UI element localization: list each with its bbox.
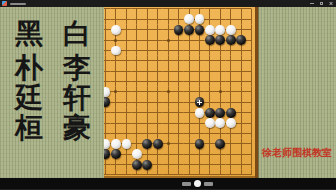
goban-grid[interactable]: [100, 4, 257, 180]
board-point[interactable]: [194, 159, 204, 169]
board-point[interactable]: [132, 139, 142, 149]
board-point[interactable]: [184, 25, 194, 35]
board-point[interactable]: [121, 76, 131, 86]
board-point[interactable]: [226, 56, 236, 66]
board-point[interactable]: [215, 14, 225, 24]
board-point[interactable]: [121, 35, 131, 45]
board-point[interactable]: [184, 66, 194, 76]
black-stone: [142, 160, 152, 170]
toggle-knob[interactable]: [194, 180, 201, 187]
board-point[interactable]: [246, 35, 256, 45]
star-point: [219, 90, 222, 93]
board-point[interactable]: [246, 56, 256, 66]
board-point[interactable]: [246, 97, 256, 107]
board-point[interactable]: [142, 159, 152, 169]
board-point[interactable]: [173, 108, 183, 118]
board-point[interactable]: [236, 128, 246, 138]
white-stone: [111, 46, 121, 56]
white-stone: [195, 14, 205, 24]
board-point[interactable]: [111, 66, 121, 76]
board-point[interactable]: [163, 97, 173, 107]
board-point[interactable]: [194, 87, 204, 97]
board-point[interactable]: [111, 14, 121, 24]
board-point[interactable]: [111, 128, 121, 138]
star-point: [167, 39, 170, 42]
board-point[interactable]: [215, 87, 225, 97]
black-stone: [215, 139, 225, 149]
white-stone: [111, 25, 121, 35]
minimize-icon[interactable]: [310, 3, 314, 4]
black-player-name-char: 廷: [15, 83, 43, 113]
board-point[interactable]: [236, 139, 246, 149]
board-point[interactable]: [121, 139, 131, 149]
board-point[interactable]: [152, 108, 162, 118]
black-stone: [174, 25, 184, 35]
board-point[interactable]: [184, 128, 194, 138]
close-icon[interactable]: [329, 2, 333, 6]
board-point[interactable]: [215, 56, 225, 66]
white-player-name-char: 轩: [63, 83, 91, 113]
board-point[interactable]: [205, 149, 215, 159]
black-stone: [111, 149, 121, 159]
board-point[interactable]: [194, 14, 204, 24]
board-point[interactable]: [121, 56, 131, 66]
black-stone: [215, 108, 225, 118]
board-point[interactable]: [111, 159, 121, 169]
board-point[interactable]: [236, 25, 246, 35]
board-point[interactable]: [194, 66, 204, 76]
board-point[interactable]: [215, 149, 225, 159]
board-point[interactable]: [132, 76, 142, 86]
board-point[interactable]: [226, 139, 236, 149]
board-point[interactable]: [173, 97, 183, 107]
board-point[interactable]: [132, 87, 142, 97]
black-stone: [142, 139, 152, 149]
board-point[interactable]: [246, 45, 256, 55]
board-point[interactable]: [121, 25, 131, 35]
board-point[interactable]: [215, 76, 225, 86]
white-player-name-char: 豪: [63, 113, 91, 143]
board-point[interactable]: [121, 97, 131, 107]
board-point[interactable]: [236, 66, 246, 76]
board-point[interactable]: [111, 149, 121, 159]
board-point[interactable]: [205, 128, 215, 138]
board-point[interactable]: [163, 66, 173, 76]
board-point[interactable]: [184, 159, 194, 169]
board-point[interactable]: [111, 139, 121, 149]
star-point: [167, 90, 170, 93]
board-point[interactable]: [215, 128, 225, 138]
white-stone: [226, 118, 236, 128]
board-point[interactable]: [236, 159, 246, 169]
playback-bar: [0, 178, 336, 190]
board-point[interactable]: [184, 139, 194, 149]
board-point[interactable]: [194, 128, 204, 138]
board-point[interactable]: [226, 35, 236, 45]
board-point[interactable]: [194, 45, 204, 55]
video-frame: 黑 朴 廷 桓 白 李 轩 豪 徐老师围棋教室: [0, 0, 336, 189]
board-point[interactable]: [226, 87, 236, 97]
black-stone: [195, 25, 205, 35]
board-point[interactable]: [184, 97, 194, 107]
board-point[interactable]: [226, 159, 236, 169]
board-point[interactable]: [152, 76, 162, 86]
board-point[interactable]: [142, 128, 152, 138]
board-point[interactable]: [194, 139, 204, 149]
board-point[interactable]: [142, 35, 152, 45]
white-side-label: 白: [63, 19, 91, 49]
board-point[interactable]: [173, 87, 183, 97]
board-point[interactable]: [194, 56, 204, 66]
board-point[interactable]: [215, 66, 225, 76]
black-player-name-char: 朴: [15, 53, 43, 83]
board-point[interactable]: [121, 159, 131, 169]
board-point[interactable]: [142, 45, 152, 55]
maximize-icon[interactable]: [320, 2, 324, 6]
board-point[interactable]: [111, 25, 121, 35]
board-point[interactable]: [173, 35, 183, 45]
board-point[interactable]: [236, 76, 246, 86]
board-point[interactable]: [226, 97, 236, 107]
board-point[interactable]: [152, 159, 162, 169]
black-stone: [215, 35, 225, 45]
board-point[interactable]: [142, 56, 152, 66]
board-point[interactable]: [142, 118, 152, 128]
board-point[interactable]: [163, 14, 173, 24]
board-point[interactable]: [215, 118, 225, 128]
board-point[interactable]: [184, 118, 194, 128]
board-point[interactable]: [152, 35, 162, 45]
board-point[interactable]: [163, 76, 173, 86]
board-point[interactable]: [111, 87, 121, 97]
board-point[interactable]: [246, 149, 256, 159]
player-panel: 黑 朴 廷 桓 白 李 轩 豪: [0, 7, 104, 178]
board-point[interactable]: [194, 97, 204, 107]
board-point[interactable]: [205, 159, 215, 169]
board-point[interactable]: [184, 45, 194, 55]
black-player-column: 黑 朴 廷 桓: [10, 19, 48, 143]
board-point[interactable]: [132, 56, 142, 66]
window-title-text: [10, 3, 26, 5]
board-point[interactable]: [132, 159, 142, 169]
board-point[interactable]: [205, 66, 215, 76]
board-point[interactable]: [205, 139, 215, 149]
black-side-label: 黑: [15, 19, 43, 49]
black-stone: [236, 35, 246, 45]
board-point[interactable]: [152, 149, 162, 159]
board-point[interactable]: [236, 45, 246, 55]
board-point[interactable]: [205, 97, 215, 107]
board-point[interactable]: [226, 128, 236, 138]
board-point[interactable]: [226, 45, 236, 55]
board-point[interactable]: [163, 159, 173, 169]
board-point[interactable]: [205, 56, 215, 66]
board-point[interactable]: [152, 128, 162, 138]
black-stone: [226, 35, 236, 45]
board-point[interactable]: [142, 97, 152, 107]
board-point[interactable]: [184, 14, 194, 24]
board-point[interactable]: [205, 35, 215, 45]
board-point[interactable]: [121, 108, 131, 118]
board-point[interactable]: [246, 159, 256, 169]
board-point[interactable]: [246, 66, 256, 76]
board-point[interactable]: [111, 118, 121, 128]
board-point[interactable]: [173, 159, 183, 169]
board-point[interactable]: [163, 87, 173, 97]
board-point[interactable]: [184, 35, 194, 45]
board-point[interactable]: [132, 25, 142, 35]
board-point[interactable]: [111, 45, 121, 55]
board-point[interactable]: [152, 87, 162, 97]
board-point[interactable]: [173, 45, 183, 55]
white-stone: [205, 118, 215, 128]
board-point[interactable]: [173, 25, 183, 35]
board-point[interactable]: [184, 87, 194, 97]
board-point[interactable]: [184, 76, 194, 86]
board-point[interactable]: [111, 56, 121, 66]
board-point[interactable]: [152, 25, 162, 35]
star-point: [114, 90, 117, 93]
board-point[interactable]: [111, 76, 121, 86]
board-point[interactable]: [152, 45, 162, 55]
board-point[interactable]: [152, 118, 162, 128]
board-point[interactable]: [184, 149, 194, 159]
board-point[interactable]: [132, 35, 142, 45]
board-point[interactable]: [246, 108, 256, 118]
board-point[interactable]: [163, 149, 173, 159]
black-player-name-char: 桓: [15, 113, 43, 143]
board-point[interactable]: [142, 25, 152, 35]
board-point[interactable]: [163, 25, 173, 35]
board-point[interactable]: [173, 128, 183, 138]
board-point[interactable]: [163, 35, 173, 45]
black-stone: [195, 139, 205, 149]
board-point[interactable]: [236, 149, 246, 159]
board-point[interactable]: [194, 76, 204, 86]
board-point[interactable]: [184, 108, 194, 118]
board-point[interactable]: [173, 118, 183, 128]
white-stone: [205, 25, 215, 35]
board-point[interactable]: [246, 25, 256, 35]
black-stone: [226, 108, 236, 118]
board-point[interactable]: [173, 149, 183, 159]
board-point[interactable]: [121, 118, 131, 128]
board-point[interactable]: [173, 66, 183, 76]
board-point[interactable]: [246, 87, 256, 97]
board-point[interactable]: [215, 45, 225, 55]
board-point[interactable]: [111, 97, 121, 107]
board-point[interactable]: [194, 35, 204, 45]
white-stone: [111, 139, 121, 149]
board-point[interactable]: [226, 66, 236, 76]
board-point[interactable]: [173, 56, 183, 66]
board-point[interactable]: [205, 25, 215, 35]
board-point[interactable]: [205, 14, 215, 24]
board-point[interactable]: [152, 14, 162, 24]
board-point[interactable]: [121, 149, 131, 159]
board-point[interactable]: [215, 139, 225, 149]
board-point[interactable]: [173, 139, 183, 149]
board-point[interactable]: [226, 14, 236, 24]
board-point[interactable]: [194, 25, 204, 35]
board-point[interactable]: [132, 97, 142, 107]
board-point[interactable]: [246, 76, 256, 86]
board-point[interactable]: [142, 108, 152, 118]
black-stone: [132, 160, 142, 170]
board-point[interactable]: [236, 87, 246, 97]
app-icon: [2, 1, 7, 6]
playback-label-left: [182, 182, 191, 186]
board-point[interactable]: [226, 118, 236, 128]
black-stone: [195, 97, 205, 107]
board-point[interactable]: [215, 25, 225, 35]
white-stone: [226, 25, 236, 35]
playback-controls: [182, 180, 213, 187]
white-stone: [184, 14, 194, 24]
board-point[interactable]: [205, 45, 215, 55]
board-point[interactable]: [132, 45, 142, 55]
board-point[interactable]: [236, 56, 246, 66]
board-point[interactable]: [142, 139, 152, 149]
board-point[interactable]: [205, 76, 215, 86]
board-point[interactable]: [121, 14, 131, 24]
board-point[interactable]: [215, 108, 225, 118]
board-point[interactable]: [163, 128, 173, 138]
board-point[interactable]: [121, 66, 131, 76]
board-point[interactable]: [163, 45, 173, 55]
board-point[interactable]: [121, 128, 131, 138]
white-player-name-char: 李: [63, 53, 91, 83]
black-stone: [153, 139, 163, 149]
black-stone: [205, 35, 215, 45]
board-point[interactable]: [215, 35, 225, 45]
black-stone: [184, 25, 194, 35]
black-stone: [205, 108, 215, 118]
board-point[interactable]: [236, 35, 246, 45]
board-point[interactable]: [226, 108, 236, 118]
board-point[interactable]: [184, 56, 194, 66]
board-point[interactable]: [246, 139, 256, 149]
board-point[interactable]: [246, 14, 256, 24]
window-titlebar: [0, 0, 336, 7]
board-point[interactable]: [163, 139, 173, 149]
board-point[interactable]: [194, 149, 204, 159]
last-move-marker-icon: [197, 100, 203, 106]
board-point[interactable]: [142, 66, 152, 76]
white-stone: [215, 25, 225, 35]
board-point[interactable]: [121, 87, 131, 97]
white-player-column: 白 李 轩 豪: [58, 19, 96, 143]
board-point[interactable]: [132, 14, 142, 24]
board-point[interactable]: [152, 139, 162, 149]
playback-label-right: [204, 182, 213, 186]
board-point[interactable]: [236, 14, 246, 24]
board-point[interactable]: [132, 108, 142, 118]
board-point[interactable]: [142, 149, 152, 159]
board-point[interactable]: [246, 118, 256, 128]
board-point[interactable]: [226, 25, 236, 35]
board-point[interactable]: [111, 35, 121, 45]
board-point[interactable]: [194, 118, 204, 128]
board-point[interactable]: [163, 108, 173, 118]
white-stone: [122, 139, 132, 149]
star-point: [114, 39, 117, 42]
board-point[interactable]: [132, 118, 142, 128]
board-point[interactable]: [111, 108, 121, 118]
classroom-watermark: 徐老师围棋教室: [262, 146, 332, 160]
board-point[interactable]: [215, 97, 225, 107]
board-point[interactable]: [152, 56, 162, 66]
board-point[interactable]: [132, 66, 142, 76]
board-point[interactable]: [226, 76, 236, 86]
board-point[interactable]: [142, 14, 152, 24]
star-point: [167, 142, 170, 145]
board-point[interactable]: [236, 118, 246, 128]
board-point[interactable]: [132, 149, 142, 159]
board-point[interactable]: [132, 128, 142, 138]
board-point[interactable]: [205, 108, 215, 118]
board-point[interactable]: [173, 76, 183, 86]
board-point[interactable]: [142, 87, 152, 97]
board-point[interactable]: [215, 159, 225, 169]
board-point[interactable]: [163, 56, 173, 66]
board-point[interactable]: [152, 97, 162, 107]
white-stone: [215, 118, 225, 128]
board-point[interactable]: [205, 87, 215, 97]
board-point[interactable]: [194, 108, 204, 118]
board-point[interactable]: [246, 128, 256, 138]
board-point[interactable]: [152, 66, 162, 76]
board-point[interactable]: [236, 108, 246, 118]
white-stone: [195, 108, 205, 118]
board-point[interactable]: [142, 76, 152, 86]
board-point[interactable]: [173, 14, 183, 24]
board-point[interactable]: [236, 97, 246, 107]
board-point[interactable]: [226, 149, 236, 159]
board-point[interactable]: [163, 118, 173, 128]
board-point[interactable]: [205, 118, 215, 128]
board-point[interactable]: [121, 45, 131, 55]
white-stone: [132, 149, 142, 159]
